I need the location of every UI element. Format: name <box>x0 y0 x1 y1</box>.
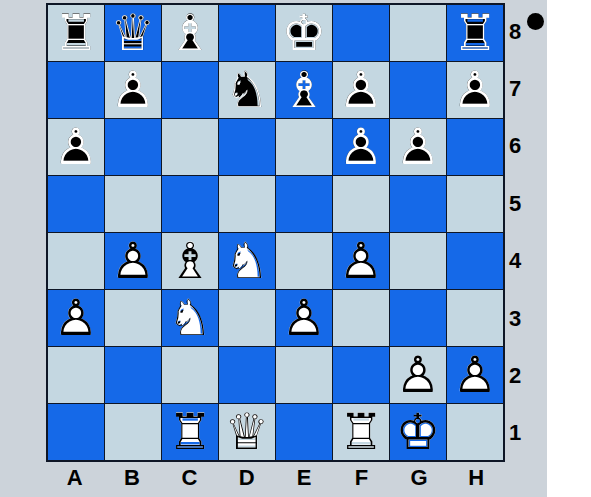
square-a3[interactable]: ♟♙ <box>48 290 104 346</box>
file-label-g: G <box>390 461 447 495</box>
piece-outline-glyph: ♘ <box>219 233 275 289</box>
piece-outline-glyph: ♖ <box>447 5 503 61</box>
square-h7[interactable]: ♟♙ <box>447 62 503 118</box>
square-f1[interactable]: ♜♖ <box>333 404 389 460</box>
piece-black-rook: ♜♖ <box>48 5 104 61</box>
square-f6[interactable]: ♟♙ <box>333 119 389 175</box>
piece-black-bishop: ♝♗ <box>276 62 332 118</box>
square-f7[interactable]: ♟♙ <box>333 62 389 118</box>
piece-black-pawn: ♟♙ <box>105 62 161 118</box>
rank-label-4: 4 <box>509 233 539 290</box>
square-a1[interactable] <box>48 404 104 460</box>
piece-outline-glyph: ♙ <box>390 119 446 175</box>
square-g5[interactable] <box>390 176 446 232</box>
square-c2[interactable] <box>162 347 218 403</box>
piece-outline-glyph: ♘ <box>162 290 218 346</box>
square-e7[interactable]: ♝♗ <box>276 62 332 118</box>
piece-outline-glyph: ♙ <box>48 290 104 346</box>
piece-white-pawn: ♟♙ <box>447 347 503 403</box>
rank-label-8: 8 <box>509 3 539 60</box>
square-d4[interactable]: ♞♘ <box>219 233 275 289</box>
square-f2[interactable] <box>333 347 389 403</box>
square-e2[interactable] <box>276 347 332 403</box>
square-h1[interactable] <box>447 404 503 460</box>
square-g7[interactable] <box>390 62 446 118</box>
piece-outline-glyph: ♙ <box>390 347 446 403</box>
square-g6[interactable]: ♟♙ <box>390 119 446 175</box>
file-labels: ABCDEFGH <box>46 461 505 495</box>
square-e1[interactable] <box>276 404 332 460</box>
square-b6[interactable] <box>105 119 161 175</box>
piece-black-queen: ♛♕ <box>105 5 161 61</box>
square-a8[interactable]: ♜♖ <box>48 5 104 61</box>
square-c7[interactable] <box>162 62 218 118</box>
piece-white-pawn: ♟♙ <box>276 290 332 346</box>
piece-outline-glyph: ♙ <box>333 62 389 118</box>
square-c5[interactable] <box>162 176 218 232</box>
square-b5[interactable] <box>105 176 161 232</box>
square-c6[interactable] <box>162 119 218 175</box>
piece-white-bishop: ♝♗ <box>162 233 218 289</box>
square-b1[interactable] <box>105 404 161 460</box>
square-d8[interactable] <box>219 5 275 61</box>
piece-black-pawn: ♟♙ <box>333 62 389 118</box>
piece-outline-glyph: ♗ <box>162 233 218 289</box>
piece-white-knight: ♞♘ <box>162 290 218 346</box>
rank-label-1: 1 <box>509 405 539 462</box>
file-label-d: D <box>218 461 275 495</box>
rank-label-6: 6 <box>509 118 539 175</box>
piece-outline-glyph: ♙ <box>276 290 332 346</box>
square-b4[interactable]: ♟♙ <box>105 233 161 289</box>
square-h5[interactable] <box>447 176 503 232</box>
piece-black-knight: ♞♘ <box>219 62 275 118</box>
piece-outline-glyph: ♗ <box>162 5 218 61</box>
piece-outline-glyph: ♖ <box>333 404 389 460</box>
square-b8[interactable]: ♛♕ <box>105 5 161 61</box>
square-a5[interactable] <box>48 176 104 232</box>
square-g4[interactable] <box>390 233 446 289</box>
square-d2[interactable] <box>219 347 275 403</box>
piece-outline-glyph: ♙ <box>48 119 104 175</box>
file-label-b: B <box>103 461 160 495</box>
rank-label-2: 2 <box>509 347 539 404</box>
rank-label-3: 3 <box>509 290 539 347</box>
piece-white-knight: ♞♘ <box>219 233 275 289</box>
square-h6[interactable] <box>447 119 503 175</box>
square-e3[interactable]: ♟♙ <box>276 290 332 346</box>
file-label-c: C <box>161 461 218 495</box>
piece-outline-glyph: ♖ <box>162 404 218 460</box>
piece-outline-glyph: ♙ <box>333 233 389 289</box>
file-label-a: A <box>46 461 103 495</box>
piece-white-rook: ♜♖ <box>333 404 389 460</box>
piece-black-pawn: ♟♙ <box>390 119 446 175</box>
square-h8[interactable]: ♜♖ <box>447 5 503 61</box>
square-b7[interactable]: ♟♙ <box>105 62 161 118</box>
piece-outline-glyph: ♗ <box>276 62 332 118</box>
piece-white-pawn: ♟♙ <box>48 290 104 346</box>
piece-black-pawn: ♟♙ <box>48 119 104 175</box>
piece-outline-glyph: ♙ <box>333 119 389 175</box>
square-g1[interactable]: ♚♔ <box>390 404 446 460</box>
square-h3[interactable] <box>447 290 503 346</box>
piece-outline-glyph: ♔ <box>276 5 332 61</box>
square-c1[interactable]: ♜♖ <box>162 404 218 460</box>
piece-outline-glyph: ♕ <box>219 404 275 460</box>
square-a4[interactable] <box>48 233 104 289</box>
square-e4[interactable] <box>276 233 332 289</box>
piece-black-pawn: ♟♙ <box>447 62 503 118</box>
square-f3[interactable] <box>333 290 389 346</box>
chess-board: ♜♖♛♕♝♗♚♔♜♖♟♙♞♘♝♗♟♙♟♙♟♙♟♙♟♙♟♙♝♗♞♘♟♙♟♙♞♘♟♙… <box>46 3 505 462</box>
piece-black-rook: ♜♖ <box>447 5 503 61</box>
square-a7[interactable] <box>48 62 104 118</box>
square-a6[interactable]: ♟♙ <box>48 119 104 175</box>
piece-white-rook: ♜♖ <box>162 404 218 460</box>
file-label-h: H <box>448 461 505 495</box>
piece-outline-glyph: ♕ <box>105 5 161 61</box>
square-e8[interactable]: ♚♔ <box>276 5 332 61</box>
file-label-f: F <box>333 461 390 495</box>
rank-label-5: 5 <box>509 175 539 232</box>
piece-white-pawn: ♟♙ <box>390 347 446 403</box>
piece-outline-glyph: ♘ <box>219 62 275 118</box>
rank-labels: 87654321 <box>509 3 539 462</box>
square-d7[interactable]: ♞♘ <box>219 62 275 118</box>
square-g2[interactable]: ♟♙ <box>390 347 446 403</box>
piece-outline-glyph: ♙ <box>447 347 503 403</box>
piece-black-king: ♚♔ <box>276 5 332 61</box>
piece-white-queen: ♛♕ <box>219 404 275 460</box>
piece-outline-glyph: ♙ <box>447 62 503 118</box>
piece-white-king: ♚♔ <box>390 404 446 460</box>
chess-diagram: ♜♖♛♕♝♗♚♔♜♖♟♙♞♘♝♗♟♙♟♙♟♙♟♙♟♙♟♙♝♗♞♘♟♙♟♙♞♘♟♙… <box>0 0 591 497</box>
piece-outline-glyph: ♔ <box>390 404 446 460</box>
piece-outline-glyph: ♖ <box>48 5 104 61</box>
square-d3[interactable] <box>219 290 275 346</box>
square-g8[interactable] <box>390 5 446 61</box>
square-c8[interactable]: ♝♗ <box>162 5 218 61</box>
square-e5[interactable] <box>276 176 332 232</box>
square-d6[interactable] <box>219 119 275 175</box>
square-d1[interactable]: ♛♕ <box>219 404 275 460</box>
square-h4[interactable] <box>447 233 503 289</box>
square-f8[interactable] <box>333 5 389 61</box>
square-b2[interactable] <box>105 347 161 403</box>
square-h2[interactable]: ♟♙ <box>447 347 503 403</box>
square-f4[interactable]: ♟♙ <box>333 233 389 289</box>
file-label-e: E <box>276 461 333 495</box>
piece-white-pawn: ♟♙ <box>105 233 161 289</box>
square-d5[interactable] <box>219 176 275 232</box>
piece-black-bishop: ♝♗ <box>162 5 218 61</box>
piece-black-pawn: ♟♙ <box>333 119 389 175</box>
rank-label-7: 7 <box>509 60 539 117</box>
piece-outline-glyph: ♙ <box>105 233 161 289</box>
piece-outline-glyph: ♙ <box>105 62 161 118</box>
square-c4[interactable]: ♝♗ <box>162 233 218 289</box>
square-b3[interactable] <box>105 290 161 346</box>
board-panel: ♜♖♛♕♝♗♚♔♜♖♟♙♞♘♝♗♟♙♟♙♟♙♟♙♟♙♟♙♝♗♞♘♟♙♟♙♞♘♟♙… <box>0 0 547 497</box>
black-to-move-indicator <box>527 13 544 30</box>
square-a2[interactable] <box>48 347 104 403</box>
piece-white-pawn: ♟♙ <box>333 233 389 289</box>
square-g3[interactable] <box>390 290 446 346</box>
square-f5[interactable] <box>333 176 389 232</box>
square-e6[interactable] <box>276 119 332 175</box>
square-c3[interactable]: ♞♘ <box>162 290 218 346</box>
